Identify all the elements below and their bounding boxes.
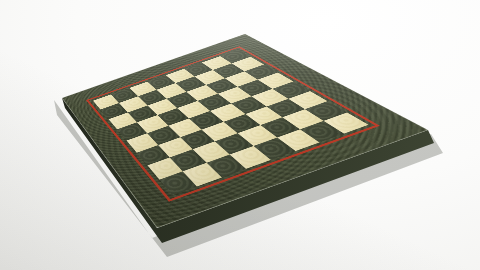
photo-background xyxy=(0,0,480,270)
